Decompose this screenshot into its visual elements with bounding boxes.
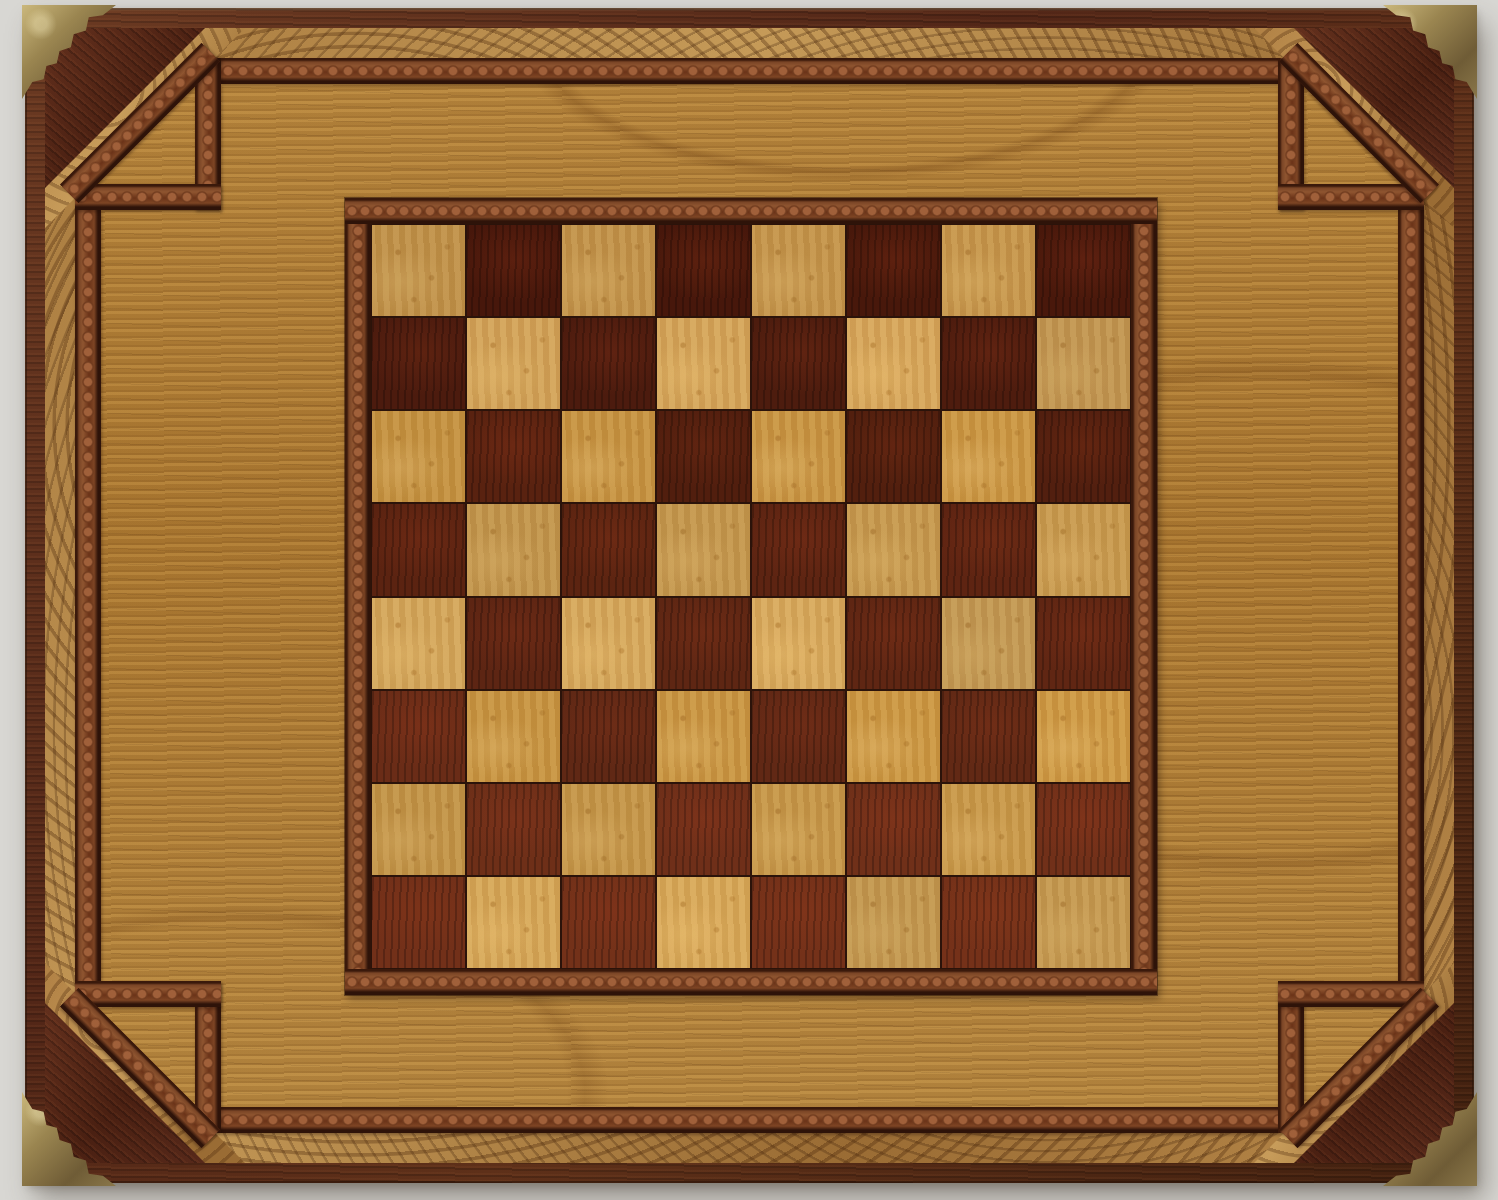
molding-step-bottom-right-horizontal [1278,981,1424,1007]
square-d1 [657,877,750,968]
square-e8 [752,225,845,316]
square-f2 [847,784,940,875]
square-c4 [562,598,655,689]
checkerboard-molding-bottom [345,969,1157,995]
square-b6 [467,411,560,502]
square-g6 [942,411,1035,502]
photo-backdrop [0,0,1498,1200]
square-f1 [847,877,940,968]
square-c6 [562,411,655,502]
square-b1 [467,877,560,968]
square-g8 [942,225,1035,316]
molding-run-bottom [221,1107,1278,1133]
square-e4 [752,598,845,689]
square-g1 [942,877,1035,968]
square-a7 [372,318,465,409]
square-e6 [752,411,845,502]
square-f8 [847,225,940,316]
square-e1 [752,877,845,968]
checkerboard-grid [371,224,1131,969]
square-b5 [467,504,560,595]
square-d8 [657,225,750,316]
square-h7 [1037,318,1130,409]
square-c8 [562,225,655,316]
square-c2 [562,784,655,875]
checkerboard-molding-top [345,198,1157,224]
square-h2 [1037,784,1130,875]
square-h5 [1037,504,1130,595]
games-board [25,8,1474,1183]
molding-step-bottom-left-horizontal [75,981,221,1007]
square-f7 [847,318,940,409]
square-c7 [562,318,655,409]
molding-run-left [75,210,101,981]
square-f3 [847,691,940,782]
square-d3 [657,691,750,782]
square-a1 [372,877,465,968]
square-b4 [467,598,560,689]
molding-step-top-right-horizontal [1278,184,1424,210]
square-f4 [847,598,940,689]
square-f5 [847,504,940,595]
molding-run-top [221,58,1278,84]
square-g2 [942,784,1035,875]
square-g4 [942,598,1035,689]
square-e2 [752,784,845,875]
square-a3 [372,691,465,782]
square-e7 [752,318,845,409]
molding-step-top-left-horizontal [75,184,221,210]
square-a5 [372,504,465,595]
square-d6 [657,411,750,502]
square-h8 [1037,225,1130,316]
square-d7 [657,318,750,409]
checkerboard-molding-left [345,198,371,995]
square-b2 [467,784,560,875]
square-g5 [942,504,1035,595]
checkerboard-frame [345,198,1157,995]
molding-run-right [1398,210,1424,981]
square-h6 [1037,411,1130,502]
square-b7 [467,318,560,409]
square-a2 [372,784,465,875]
square-a4 [372,598,465,689]
square-h1 [1037,877,1130,968]
square-g3 [942,691,1035,782]
square-c5 [562,504,655,595]
checkerboard-molding-right [1131,198,1157,995]
square-d5 [657,504,750,595]
square-e3 [752,691,845,782]
square-e5 [752,504,845,595]
square-b8 [467,225,560,316]
square-g7 [942,318,1035,409]
square-c1 [562,877,655,968]
square-f6 [847,411,940,502]
square-a8 [372,225,465,316]
square-h3 [1037,691,1130,782]
square-d4 [657,598,750,689]
square-h4 [1037,598,1130,689]
square-b3 [467,691,560,782]
square-a6 [372,411,465,502]
square-c3 [562,691,655,782]
square-d2 [657,784,750,875]
